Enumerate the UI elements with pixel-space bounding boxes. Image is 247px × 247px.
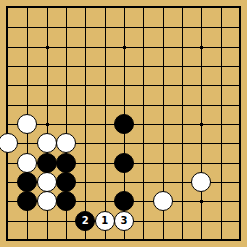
stone-white[interactable] xyxy=(37,133,57,153)
grid-line-vertical xyxy=(143,8,144,240)
star-point xyxy=(200,123,203,126)
star-point xyxy=(200,46,203,49)
stone-black[interactable] xyxy=(114,114,134,134)
stone-white-move-1[interactable]: 1 xyxy=(95,211,115,231)
stone-white[interactable] xyxy=(153,191,173,211)
stone-white[interactable] xyxy=(17,153,37,173)
star-point xyxy=(123,46,126,49)
go-board[interactable]: 132 xyxy=(0,0,247,247)
star-point xyxy=(46,46,49,49)
stone-black-move-2[interactable]: 2 xyxy=(75,211,95,231)
stone-black[interactable] xyxy=(114,153,134,173)
grid-line-vertical xyxy=(221,8,222,240)
star-point xyxy=(200,200,203,203)
stone-black[interactable] xyxy=(37,153,57,173)
stone-white[interactable] xyxy=(37,191,57,211)
stone-white-move-3[interactable]: 3 xyxy=(114,211,134,231)
stone-white[interactable] xyxy=(37,172,57,192)
stone-black[interactable] xyxy=(56,153,76,173)
stone-black[interactable] xyxy=(56,172,76,192)
grid-line-vertical xyxy=(182,8,183,240)
star-point xyxy=(46,123,49,126)
